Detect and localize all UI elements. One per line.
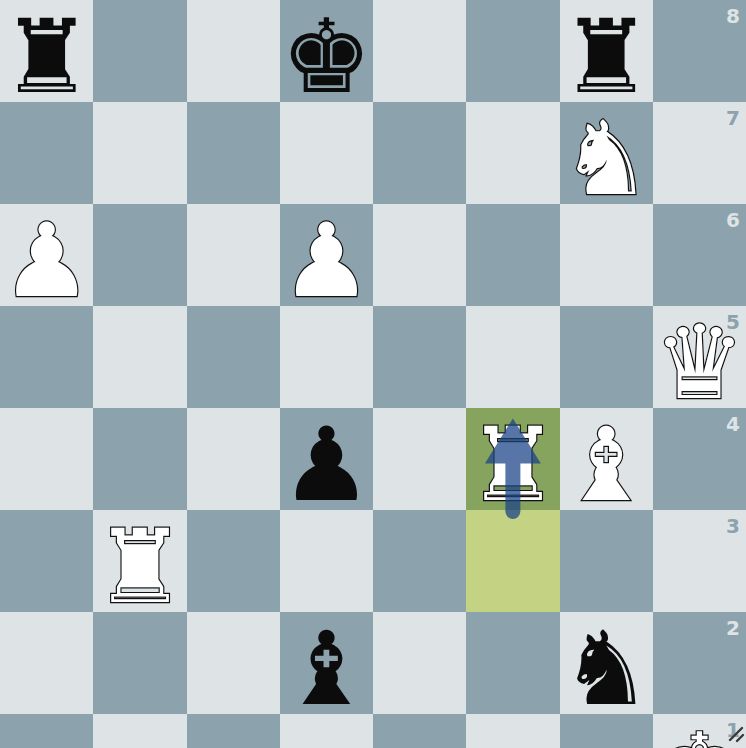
square-e2[interactable]	[373, 612, 466, 714]
white-bishop[interactable]: ♝	[560, 414, 651, 516]
square-h4[interactable]: 4	[653, 408, 746, 510]
square-f5[interactable]	[466, 306, 559, 408]
black-knight[interactable]: ♞	[560, 618, 651, 720]
coordinate-rank-2: 2	[726, 616, 740, 640]
square-h7[interactable]: 7	[653, 102, 746, 204]
square-d8[interactable]: ♚	[280, 0, 373, 102]
square-h5[interactable]: ♛5	[653, 306, 746, 408]
square-b7[interactable]	[93, 102, 186, 204]
square-f8[interactable]	[466, 0, 559, 102]
black-pawn[interactable]: ♟	[281, 414, 372, 516]
square-b5[interactable]	[93, 306, 186, 408]
white-pawn[interactable]: ♟	[1, 210, 92, 312]
white-rook[interactable]: ♜	[94, 516, 185, 618]
square-d6[interactable]: ♟	[280, 204, 373, 306]
square-b2[interactable]	[93, 612, 186, 714]
square-a4[interactable]	[0, 408, 93, 510]
square-d4[interactable]: ♟	[280, 408, 373, 510]
white-rook[interactable]: ♜	[467, 414, 558, 516]
square-e7[interactable]	[373, 102, 466, 204]
square-h6[interactable]: 6	[653, 204, 746, 306]
square-c8[interactable]	[187, 0, 280, 102]
black-bishop[interactable]: ♝	[281, 618, 372, 720]
square-d2[interactable]: ♝	[280, 612, 373, 714]
square-e4[interactable]	[373, 408, 466, 510]
square-a3[interactable]	[0, 510, 93, 612]
black-rook[interactable]: ♜	[1, 6, 92, 108]
square-b6[interactable]	[93, 204, 186, 306]
square-a7[interactable]	[0, 102, 93, 204]
square-b8[interactable]	[93, 0, 186, 102]
square-c1[interactable]: c	[187, 714, 280, 748]
square-e3[interactable]	[373, 510, 466, 612]
square-a1[interactable]: a	[0, 714, 93, 748]
square-g4[interactable]: ♝	[560, 408, 653, 510]
coordinate-rank-5: 5	[726, 310, 740, 334]
coordinate-rank-3: 3	[726, 514, 740, 538]
square-e8[interactable]	[373, 0, 466, 102]
square-c7[interactable]	[187, 102, 280, 204]
square-e6[interactable]	[373, 204, 466, 306]
square-d5[interactable]	[280, 306, 373, 408]
square-f7[interactable]	[466, 102, 559, 204]
square-g7[interactable]: ♞	[560, 102, 653, 204]
square-e5[interactable]	[373, 306, 466, 408]
square-d3[interactable]	[280, 510, 373, 612]
black-king[interactable]: ♚	[281, 6, 372, 108]
square-c3[interactable]	[187, 510, 280, 612]
square-c5[interactable]	[187, 306, 280, 408]
square-b1[interactable]: b	[93, 714, 186, 748]
resize-grip-lines	[730, 728, 743, 741]
square-a8[interactable]: ♜	[0, 0, 93, 102]
square-g2[interactable]: ♞	[560, 612, 653, 714]
chess-board[interactable]: ♜♚♜8♞7♟♟6♛5♟♜♝4♜3♝♞2abcdefg♚1h	[0, 0, 746, 744]
coordinate-rank-6: 6	[726, 208, 740, 232]
square-f3[interactable]	[466, 510, 559, 612]
board-container: ♜♚♜8♞7♟♟6♛5♟♜♝4♜3♝♞2abcdefg♚1h	[0, 0, 746, 744]
square-g8[interactable]: ♜	[560, 0, 653, 102]
square-a2[interactable]	[0, 612, 93, 714]
square-a6[interactable]: ♟	[0, 204, 93, 306]
square-g3[interactable]	[560, 510, 653, 612]
square-g6[interactable]	[560, 204, 653, 306]
square-f4[interactable]: ♜	[466, 408, 559, 510]
square-f1[interactable]: f	[466, 714, 559, 748]
white-knight[interactable]: ♞	[560, 108, 651, 210]
square-g5[interactable]	[560, 306, 653, 408]
square-f6[interactable]	[466, 204, 559, 306]
square-c2[interactable]	[187, 612, 280, 714]
square-c4[interactable]	[187, 408, 280, 510]
black-rook[interactable]: ♜	[560, 6, 651, 108]
square-b4[interactable]	[93, 408, 186, 510]
square-c6[interactable]	[187, 204, 280, 306]
square-e1[interactable]: e	[373, 714, 466, 748]
coordinate-rank-8: 8	[726, 4, 740, 28]
square-h8[interactable]: 8	[653, 0, 746, 102]
square-a5[interactable]	[0, 306, 93, 408]
board-resize-grip-icon[interactable]	[725, 723, 745, 743]
square-h2[interactable]: 2	[653, 612, 746, 714]
square-d7[interactable]	[280, 102, 373, 204]
white-pawn[interactable]: ♟	[281, 210, 372, 312]
square-b3[interactable]: ♜	[93, 510, 186, 612]
chess-app: ♜♚♜8♞7♟♟6♛5♟♜♝4♜3♝♞2abcdefg♚1h	[0, 0, 746, 748]
square-h3[interactable]: 3	[653, 510, 746, 612]
coordinate-rank-7: 7	[726, 106, 740, 130]
square-f2[interactable]	[466, 612, 559, 714]
coordinate-rank-4: 4	[726, 412, 740, 436]
